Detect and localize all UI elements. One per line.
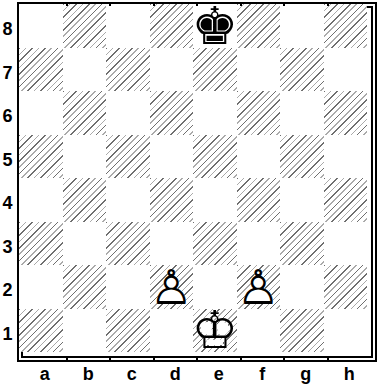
- square-g6[interactable]: [280, 91, 324, 135]
- square-c8[interactable]: [106, 4, 150, 48]
- square-a1[interactable]: [19, 309, 63, 353]
- square-h5[interactable]: [324, 135, 368, 179]
- square-h7[interactable]: [324, 48, 368, 92]
- file-label-g: g: [284, 364, 328, 385]
- tick: [109, 4, 111, 6]
- white-king-icon: ♔: [191, 304, 238, 356]
- square-d4[interactable]: [150, 178, 194, 222]
- square-f1[interactable]: [237, 309, 281, 353]
- file-label-f: f: [241, 364, 285, 385]
- square-c7[interactable]: [106, 48, 150, 92]
- tick: [196, 4, 198, 6]
- square-e8[interactable]: ♚♚: [193, 4, 237, 48]
- tick: [66, 358, 68, 360]
- square-e4[interactable]: [193, 178, 237, 222]
- square-g8[interactable]: [280, 4, 324, 48]
- square-c4[interactable]: [106, 178, 150, 222]
- square-a4[interactable]: [19, 178, 63, 222]
- rank-label-4: 4: [0, 182, 15, 226]
- square-e6[interactable]: [193, 91, 237, 135]
- square-h8[interactable]: [324, 4, 368, 48]
- tick: [153, 4, 155, 6]
- black-king-icon: ♚: [191, 0, 238, 52]
- white-pawn-icon: ♙: [237, 263, 280, 311]
- tick: [240, 4, 242, 6]
- rank-labels: 87654321: [0, 8, 15, 356]
- square-d6[interactable]: [150, 91, 194, 135]
- tick: [283, 358, 285, 360]
- file-label-a: a: [23, 364, 67, 385]
- file-label-e: e: [197, 364, 241, 385]
- square-g7[interactable]: [280, 48, 324, 92]
- square-d7[interactable]: [150, 48, 194, 92]
- square-f7[interactable]: [237, 48, 281, 92]
- chessboard-frame: ♚♚♟♙♟♙♚♔: [17, 2, 377, 362]
- file-label-d: d: [154, 364, 198, 385]
- tick: [153, 358, 155, 360]
- tick: [327, 4, 329, 6]
- square-a6[interactable]: [19, 91, 63, 135]
- rank-label-5: 5: [0, 139, 15, 183]
- square-g2[interactable]: [280, 265, 324, 309]
- square-b7[interactable]: [63, 48, 107, 92]
- square-e5[interactable]: [193, 135, 237, 179]
- square-b3[interactable]: [63, 222, 107, 266]
- square-h6[interactable]: [324, 91, 368, 135]
- tick: [240, 358, 242, 360]
- square-g3[interactable]: [280, 222, 324, 266]
- square-c2[interactable]: [106, 265, 150, 309]
- square-e1[interactable]: ♚♔: [193, 309, 237, 353]
- rank-label-1: 1: [0, 313, 15, 357]
- square-h1[interactable]: [324, 309, 368, 353]
- square-a3[interactable]: [19, 222, 63, 266]
- board-grid: ♚♚♟♙♟♙♚♔: [19, 4, 367, 352]
- square-b1[interactable]: [63, 309, 107, 353]
- rank-label-2: 2: [0, 269, 15, 313]
- page: { "game": "chess", "position": { "fen": …: [0, 0, 382, 387]
- square-f6[interactable]: [237, 91, 281, 135]
- square-f8[interactable]: [237, 4, 281, 48]
- square-h3[interactable]: [324, 222, 368, 266]
- square-f5[interactable]: [237, 135, 281, 179]
- square-d1[interactable]: [150, 309, 194, 353]
- rank-label-8: 8: [0, 8, 15, 52]
- square-d2[interactable]: ♟♙: [150, 265, 194, 309]
- square-a5[interactable]: [19, 135, 63, 179]
- square-e3[interactable]: [193, 222, 237, 266]
- square-b6[interactable]: [63, 91, 107, 135]
- file-label-c: c: [110, 364, 154, 385]
- white-pawn-icon: ♙: [150, 263, 193, 311]
- tick: [109, 358, 111, 360]
- piece-white-king[interactable]: ♚♔: [193, 309, 237, 353]
- rank-label-7: 7: [0, 52, 15, 96]
- square-h2[interactable]: [324, 265, 368, 309]
- rank-label-6: 6: [0, 95, 15, 139]
- square-c3[interactable]: [106, 222, 150, 266]
- square-b5[interactable]: [63, 135, 107, 179]
- square-b8[interactable]: [63, 4, 107, 48]
- square-h4[interactable]: [324, 178, 368, 222]
- piece-black-king[interactable]: ♚♚: [193, 4, 237, 48]
- tick: [66, 4, 68, 6]
- square-g1[interactable]: [280, 309, 324, 353]
- rank-label-3: 3: [0, 226, 15, 270]
- piece-white-pawn[interactable]: ♟♙: [237, 265, 281, 309]
- square-g4[interactable]: [280, 178, 324, 222]
- square-f2[interactable]: ♟♙: [237, 265, 281, 309]
- tick: [327, 358, 329, 360]
- square-c5[interactable]: [106, 135, 150, 179]
- file-label-h: h: [328, 364, 372, 385]
- square-b2[interactable]: [63, 265, 107, 309]
- square-d8[interactable]: [150, 4, 194, 48]
- square-a8[interactable]: [19, 4, 63, 48]
- file-label-b: b: [67, 364, 111, 385]
- square-a2[interactable]: [19, 265, 63, 309]
- tick: [196, 358, 198, 360]
- square-f4[interactable]: [237, 178, 281, 222]
- square-a7[interactable]: [19, 48, 63, 92]
- square-g5[interactable]: [280, 135, 324, 179]
- square-b4[interactable]: [63, 178, 107, 222]
- square-c1[interactable]: [106, 309, 150, 353]
- piece-white-pawn[interactable]: ♟♙: [150, 265, 194, 309]
- square-c6[interactable]: [106, 91, 150, 135]
- file-labels: abcdefgh: [23, 364, 371, 385]
- tick: [283, 4, 285, 6]
- square-d5[interactable]: [150, 135, 194, 179]
